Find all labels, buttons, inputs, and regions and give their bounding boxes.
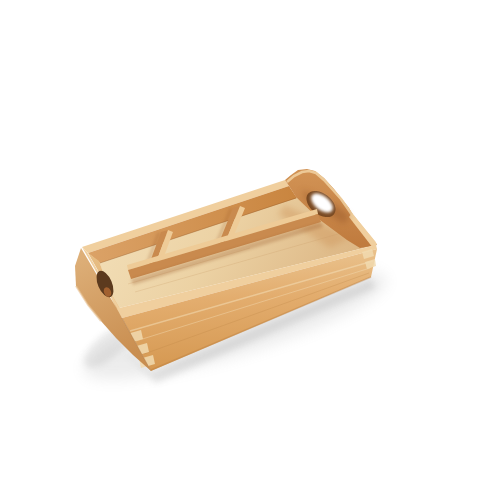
photo-canvas [0, 0, 500, 500]
tray-photo [0, 0, 500, 500]
